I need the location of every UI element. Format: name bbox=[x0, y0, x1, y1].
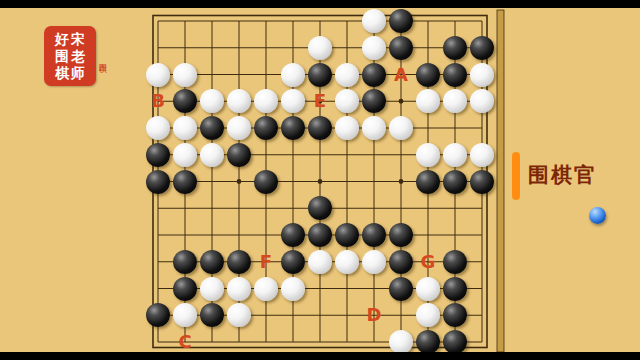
star-point bbox=[318, 179, 323, 184]
black-stone bbox=[389, 223, 413, 247]
black-stone bbox=[443, 277, 467, 301]
white-stone bbox=[470, 143, 494, 167]
white-stone bbox=[227, 277, 251, 301]
marker-label-E[interactable]: E bbox=[307, 88, 333, 114]
black-stone bbox=[335, 223, 359, 247]
white-stone bbox=[443, 143, 467, 167]
black-stone bbox=[254, 170, 278, 194]
white-stone bbox=[335, 63, 359, 87]
white-stone bbox=[362, 250, 386, 274]
black-stone bbox=[470, 170, 494, 194]
black-stone bbox=[200, 116, 224, 140]
marker-label-D[interactable]: D bbox=[361, 302, 387, 328]
black-stone bbox=[173, 170, 197, 194]
black-stone bbox=[200, 250, 224, 274]
decor-sphere-icon bbox=[589, 207, 606, 224]
white-stone bbox=[146, 63, 170, 87]
star-point bbox=[399, 99, 404, 104]
black-stone bbox=[227, 250, 251, 274]
black-stone bbox=[389, 277, 413, 301]
channel-seal: 宋老师好围棋 bbox=[44, 26, 96, 86]
white-stone bbox=[254, 277, 278, 301]
white-stone bbox=[200, 143, 224, 167]
black-stone bbox=[281, 116, 305, 140]
black-stone bbox=[362, 223, 386, 247]
seal-characters: 好围棋 bbox=[55, 31, 69, 82]
marker-label-G[interactable]: G bbox=[415, 249, 441, 275]
seal-characters: 宋老师 bbox=[71, 31, 85, 82]
black-stone bbox=[443, 250, 467, 274]
white-stone bbox=[389, 116, 413, 140]
black-stone bbox=[146, 170, 170, 194]
marker-label-F[interactable]: F bbox=[253, 249, 279, 275]
letterbox-top bbox=[0, 0, 640, 8]
white-stone bbox=[173, 63, 197, 87]
black-stone bbox=[416, 170, 440, 194]
white-stone bbox=[362, 116, 386, 140]
black-stone bbox=[443, 63, 467, 87]
black-stone bbox=[281, 250, 305, 274]
white-stone bbox=[308, 36, 332, 60]
accent-bar bbox=[512, 152, 520, 200]
star-point bbox=[399, 179, 404, 184]
white-stone bbox=[281, 63, 305, 87]
black-stone bbox=[416, 63, 440, 87]
black-stone bbox=[416, 330, 440, 354]
watermark-text: 围棋官 bbox=[528, 161, 597, 189]
black-stone bbox=[389, 250, 413, 274]
black-stone bbox=[443, 36, 467, 60]
white-stone bbox=[281, 277, 305, 301]
black-stone bbox=[254, 116, 278, 140]
black-stone bbox=[443, 330, 467, 354]
white-stone bbox=[470, 63, 494, 87]
black-stone bbox=[308, 63, 332, 87]
black-stone bbox=[470, 36, 494, 60]
star-point bbox=[237, 179, 242, 184]
video-frame: ABCDEFG 宋老师好围棋 围棋 围棋官 bbox=[0, 0, 640, 360]
black-stone bbox=[173, 277, 197, 301]
marker-label-B[interactable]: B bbox=[145, 88, 171, 114]
white-stone bbox=[227, 116, 251, 140]
white-stone bbox=[416, 277, 440, 301]
white-stone bbox=[173, 143, 197, 167]
black-stone bbox=[281, 223, 305, 247]
white-stone bbox=[200, 277, 224, 301]
black-stone bbox=[146, 143, 170, 167]
black-stone bbox=[389, 36, 413, 60]
white-stone bbox=[146, 116, 170, 140]
white-stone bbox=[389, 330, 413, 354]
black-stone bbox=[443, 170, 467, 194]
black-stone bbox=[227, 143, 251, 167]
board-edge-strip bbox=[497, 10, 504, 352]
black-stone bbox=[362, 63, 386, 87]
black-stone bbox=[308, 223, 332, 247]
black-stone bbox=[389, 9, 413, 33]
white-stone bbox=[362, 36, 386, 60]
white-stone bbox=[335, 250, 359, 274]
white-stone bbox=[173, 116, 197, 140]
white-stone bbox=[308, 250, 332, 274]
black-stone bbox=[173, 250, 197, 274]
black-stone bbox=[308, 116, 332, 140]
white-stone bbox=[335, 116, 359, 140]
letterbox-bottom bbox=[0, 352, 640, 360]
marker-label-A[interactable]: A bbox=[388, 62, 414, 88]
white-stone bbox=[362, 9, 386, 33]
white-stone bbox=[416, 143, 440, 167]
